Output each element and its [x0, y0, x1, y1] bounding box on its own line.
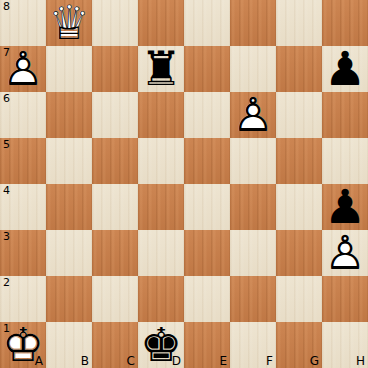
piece-white-king[interactable]: ♚♔ — [0, 322, 46, 368]
square-h3[interactable]: ♟♙ — [322, 230, 368, 276]
square-g8[interactable] — [276, 0, 322, 46]
file-label-h: H — [356, 355, 365, 368]
square-b6[interactable] — [46, 92, 92, 138]
square-a2[interactable]: 2 — [0, 276, 46, 322]
square-e8[interactable] — [184, 0, 230, 46]
square-c2[interactable] — [92, 276, 138, 322]
chess-board: 8♛♕7♟♙♜♟6♟♙54♟3♟♙21A♚♔BCD♚EFGH — [0, 0, 368, 368]
square-d2[interactable] — [138, 276, 184, 322]
rank-label-8: 8 — [3, 0, 10, 13]
square-e5[interactable] — [184, 138, 230, 184]
white-queen-glyph-outline: ♕ — [46, 0, 92, 46]
black-pawn-glyph-fill: ♟ — [322, 46, 368, 92]
square-a1[interactable]: 1A♚♔ — [0, 322, 46, 368]
rank-label-3: 3 — [3, 230, 10, 243]
square-c8[interactable] — [92, 0, 138, 46]
square-b1[interactable]: B — [46, 322, 92, 368]
square-a6[interactable]: 6 — [0, 92, 46, 138]
square-d7[interactable]: ♜ — [138, 46, 184, 92]
white-pawn-glyph-outline: ♙ — [0, 46, 46, 92]
square-c5[interactable] — [92, 138, 138, 184]
piece-black-pawn[interactable]: ♟ — [322, 46, 368, 92]
square-f5[interactable] — [230, 138, 276, 184]
piece-black-king[interactable]: ♚ — [138, 322, 184, 368]
square-b5[interactable] — [46, 138, 92, 184]
square-d1[interactable]: D♚ — [138, 322, 184, 368]
rank-label-2: 2 — [3, 276, 10, 289]
square-c3[interactable] — [92, 230, 138, 276]
square-a7[interactable]: 7♟♙ — [0, 46, 46, 92]
square-e2[interactable] — [184, 276, 230, 322]
square-d3[interactable] — [138, 230, 184, 276]
file-label-c: C — [127, 355, 135, 368]
square-g1[interactable]: G — [276, 322, 322, 368]
square-a5[interactable]: 5 — [0, 138, 46, 184]
square-f3[interactable] — [230, 230, 276, 276]
rank-label-5: 5 — [3, 138, 10, 151]
black-rook-glyph-fill: ♜ — [138, 46, 184, 92]
square-g4[interactable] — [276, 184, 322, 230]
white-pawn-glyph-outline: ♙ — [322, 230, 368, 276]
square-d6[interactable] — [138, 92, 184, 138]
square-e1[interactable]: E — [184, 322, 230, 368]
piece-white-pawn[interactable]: ♟♙ — [230, 92, 276, 138]
square-c1[interactable]: C — [92, 322, 138, 368]
square-h4[interactable]: ♟ — [322, 184, 368, 230]
square-f4[interactable] — [230, 184, 276, 230]
square-d5[interactable] — [138, 138, 184, 184]
square-f7[interactable] — [230, 46, 276, 92]
piece-black-rook[interactable]: ♜ — [138, 46, 184, 92]
square-c6[interactable] — [92, 92, 138, 138]
file-label-e: E — [219, 355, 227, 368]
rank-label-4: 4 — [3, 184, 10, 197]
square-f1[interactable]: F — [230, 322, 276, 368]
square-f6[interactable]: ♟♙ — [230, 92, 276, 138]
square-g7[interactable] — [276, 46, 322, 92]
square-b8[interactable]: ♛♕ — [46, 0, 92, 46]
square-e7[interactable] — [184, 46, 230, 92]
square-b2[interactable] — [46, 276, 92, 322]
square-c4[interactable] — [92, 184, 138, 230]
square-e6[interactable] — [184, 92, 230, 138]
square-g5[interactable] — [276, 138, 322, 184]
square-d8[interactable] — [138, 0, 184, 46]
square-g3[interactable] — [276, 230, 322, 276]
square-h8[interactable] — [322, 0, 368, 46]
square-h5[interactable] — [322, 138, 368, 184]
black-king-glyph-fill: ♚ — [138, 322, 184, 368]
piece-black-pawn[interactable]: ♟ — [322, 184, 368, 230]
square-f8[interactable] — [230, 0, 276, 46]
black-pawn-glyph-fill: ♟ — [322, 184, 368, 230]
file-label-b: B — [81, 355, 89, 368]
square-a4[interactable]: 4 — [0, 184, 46, 230]
file-label-f: F — [266, 355, 273, 368]
square-h2[interactable] — [322, 276, 368, 322]
piece-white-pawn[interactable]: ♟♙ — [0, 46, 46, 92]
square-h1[interactable]: H — [322, 322, 368, 368]
square-c7[interactable] — [92, 46, 138, 92]
piece-white-queen[interactable]: ♛♕ — [46, 0, 92, 46]
square-g2[interactable] — [276, 276, 322, 322]
file-label-g: G — [310, 355, 319, 368]
square-f2[interactable] — [230, 276, 276, 322]
square-d4[interactable] — [138, 184, 184, 230]
square-b4[interactable] — [46, 184, 92, 230]
square-h7[interactable]: ♟ — [322, 46, 368, 92]
white-pawn-glyph-outline: ♙ — [230, 92, 276, 138]
square-e4[interactable] — [184, 184, 230, 230]
square-h6[interactable] — [322, 92, 368, 138]
square-e3[interactable] — [184, 230, 230, 276]
square-b3[interactable] — [46, 230, 92, 276]
piece-white-pawn[interactable]: ♟♙ — [322, 230, 368, 276]
square-a8[interactable]: 8 — [0, 0, 46, 46]
square-a3[interactable]: 3 — [0, 230, 46, 276]
square-g6[interactable] — [276, 92, 322, 138]
square-b7[interactable] — [46, 46, 92, 92]
white-king-glyph-outline: ♔ — [0, 322, 46, 368]
